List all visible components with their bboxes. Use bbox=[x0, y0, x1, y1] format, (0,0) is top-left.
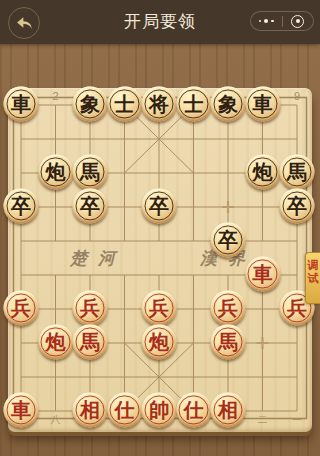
more-menu-button[interactable] bbox=[251, 12, 282, 30]
piece-red-soldier[interactable]: 兵 bbox=[211, 290, 246, 325]
piece-black-general[interactable]: 将 bbox=[142, 86, 177, 121]
piece-black-advisor[interactable]: 士 bbox=[107, 86, 142, 121]
file-label-top: 9 bbox=[286, 90, 308, 102]
piece-red-horse[interactable]: 馬 bbox=[211, 324, 246, 359]
river-label-chuhe: 楚河 bbox=[70, 247, 126, 270]
piece-black-elephant[interactable]: 象 bbox=[73, 86, 108, 121]
exit-circle-icon bbox=[291, 15, 304, 28]
exit-button[interactable] bbox=[283, 12, 314, 30]
piece-red-general[interactable]: 帥 bbox=[142, 392, 177, 427]
point-marker bbox=[222, 201, 234, 213]
piece-black-soldier[interactable]: 卒 bbox=[4, 188, 39, 223]
piece-red-advisor[interactable]: 仕 bbox=[176, 392, 211, 427]
back-arrow-icon bbox=[15, 15, 33, 31]
piece-red-elephant[interactable]: 相 bbox=[211, 392, 246, 427]
piece-red-soldier[interactable]: 兵 bbox=[142, 290, 177, 325]
piece-black-chariot[interactable]: 車 bbox=[4, 86, 39, 121]
file-label-top: 2 bbox=[45, 90, 67, 102]
piece-red-chariot[interactable]: 車 bbox=[245, 256, 280, 291]
piece-black-cannon[interactable]: 炮 bbox=[245, 154, 280, 189]
file-label-bottom: 八 bbox=[45, 413, 67, 427]
file-label-bottom: 一 bbox=[286, 413, 308, 427]
top-bar: 开局要领 bbox=[0, 0, 320, 44]
piece-black-advisor[interactable]: 士 bbox=[176, 86, 211, 121]
piece-black-horse[interactable]: 馬 bbox=[280, 154, 315, 189]
more-dots-icon bbox=[259, 20, 262, 23]
piece-black-elephant[interactable]: 象 bbox=[211, 86, 246, 121]
piece-red-cannon[interactable]: 炮 bbox=[38, 324, 73, 359]
piece-black-soldier[interactable]: 卒 bbox=[211, 222, 246, 257]
piece-black-soldier[interactable]: 卒 bbox=[280, 188, 315, 223]
xiangqi-board[interactable]: 楚河 漢界 123456789九八七六五四三二一車象士将士象車炮馬炮馬卒卒卒卒卒… bbox=[8, 88, 312, 432]
wechat-capsule bbox=[250, 11, 314, 31]
piece-black-chariot[interactable]: 車 bbox=[245, 86, 280, 121]
piece-red-elephant[interactable]: 相 bbox=[73, 392, 108, 427]
back-button[interactable] bbox=[8, 7, 40, 39]
piece-black-soldier[interactable]: 卒 bbox=[142, 188, 177, 223]
piece-red-advisor[interactable]: 仕 bbox=[107, 392, 142, 427]
piece-red-horse[interactable]: 馬 bbox=[73, 324, 108, 359]
debug-tag-button[interactable]: 调试 bbox=[305, 252, 320, 304]
point-marker bbox=[257, 337, 269, 349]
file-label-bottom: 二 bbox=[252, 413, 274, 427]
piece-red-cannon[interactable]: 炮 bbox=[142, 324, 177, 359]
piece-black-soldier[interactable]: 卒 bbox=[73, 188, 108, 223]
piece-black-horse[interactable]: 馬 bbox=[73, 154, 108, 189]
piece-red-soldier[interactable]: 兵 bbox=[73, 290, 108, 325]
app-screen: 开局要领 楚河 漢界 123456789九八七六五四三二一車象士将士象車炮馬炮馬… bbox=[0, 0, 320, 456]
piece-red-chariot[interactable]: 車 bbox=[4, 392, 39, 427]
piece-red-soldier[interactable]: 兵 bbox=[4, 290, 39, 325]
piece-black-cannon[interactable]: 炮 bbox=[38, 154, 73, 189]
